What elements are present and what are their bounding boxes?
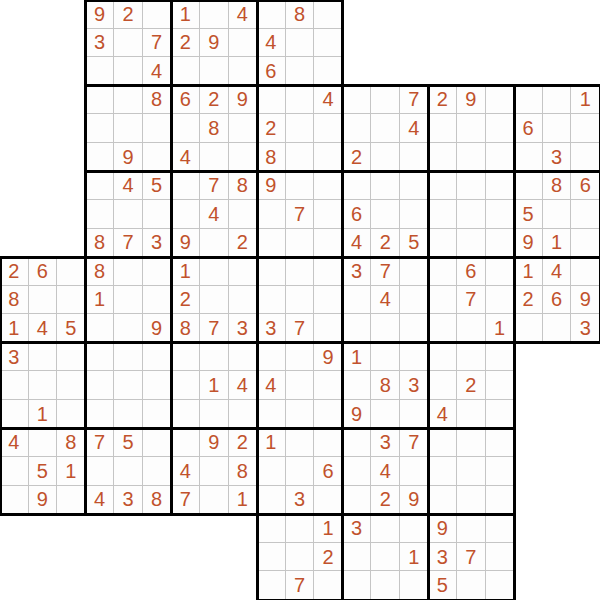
cell-r15c10[interactable] [286, 429, 315, 458]
cell-r9c14[interactable] [400, 257, 429, 286]
cell-r14c12: 9 [343, 400, 372, 429]
cell-r19c10[interactable] [286, 543, 315, 572]
cell-r7c19[interactable] [543, 200, 572, 229]
cell-r16c7[interactable] [200, 457, 229, 486]
cell-r6c18[interactable] [514, 171, 543, 200]
cell-r13c2[interactable] [57, 371, 86, 400]
cell-r16c1: 5 [29, 457, 58, 486]
cell-r19c17[interactable] [486, 543, 515, 572]
left-grid-vline-1 [84, 256, 87, 516]
cell-r15c7: 9 [200, 429, 229, 458]
cell-r20c15: 5 [429, 571, 458, 600]
cell-r8c12: 4 [343, 229, 372, 258]
cell-r3c17[interactable] [486, 86, 515, 115]
cell-r3c19[interactable] [543, 86, 572, 115]
cell-r1c3: 3 [86, 29, 115, 58]
cell-r12c4[interactable] [114, 343, 143, 372]
cell-r3c9[interactable] [257, 86, 286, 115]
cell-r19c16: 7 [457, 543, 486, 572]
cell-r9c17[interactable] [486, 257, 515, 286]
cell-r17c0[interactable] [0, 486, 29, 515]
cell-r7c13[interactable] [371, 200, 400, 229]
cell-r10c8[interactable] [229, 286, 258, 315]
cell-r10c6: 2 [171, 286, 200, 315]
cell-r10c11[interactable] [314, 286, 343, 315]
cell-r12c17[interactable] [486, 343, 515, 372]
cell-r5c14[interactable] [400, 143, 429, 172]
cell-r2c5: 4 [143, 57, 172, 86]
cell-r6c15[interactable] [429, 171, 458, 200]
cell-r10c17[interactable] [486, 286, 515, 315]
cell-r10c1[interactable] [29, 286, 58, 315]
cell-r6c9: 9 [257, 171, 286, 200]
cell-r5c7[interactable] [200, 143, 229, 172]
cell-r11c2: 5 [57, 314, 86, 343]
cell-r0c7[interactable] [200, 0, 229, 29]
cell-r20c12[interactable] [343, 571, 372, 600]
cell-r11c13[interactable] [371, 314, 400, 343]
top-right-grid-hline-0 [341, 84, 600, 87]
cell-r11c11[interactable] [314, 314, 343, 343]
cell-r6c6[interactable] [171, 171, 200, 200]
cell-r9c15[interactable] [429, 257, 458, 286]
cell-r13c11[interactable] [314, 371, 343, 400]
cell-r5c19: 3 [543, 143, 572, 172]
cell-r14c7[interactable] [200, 400, 229, 429]
cell-r15c5[interactable] [143, 429, 172, 458]
bottom-right-grid-hline-1 [256, 427, 516, 430]
cell-r2c8[interactable] [229, 57, 258, 86]
cell-r3c14: 7 [400, 86, 429, 115]
cell-r5c5[interactable] [143, 143, 172, 172]
cell-r14c6[interactable] [171, 400, 200, 429]
cell-r9c5[interactable] [143, 257, 172, 286]
cell-r18c13[interactable] [371, 514, 400, 543]
cell-r15c11[interactable] [314, 429, 343, 458]
cell-r5c18[interactable] [514, 143, 543, 172]
cell-r10c5[interactable] [143, 286, 172, 315]
cell-r3c3[interactable] [86, 86, 115, 115]
cell-r8c10[interactable] [286, 229, 315, 258]
cell-r14c4[interactable] [114, 400, 143, 429]
cell-r7c3[interactable] [86, 200, 115, 229]
cell-r9c4[interactable] [114, 257, 143, 286]
bottom-right-grid-vline-2 [427, 341, 430, 600]
cell-r14c8[interactable] [229, 400, 258, 429]
cell-r8c11[interactable] [314, 229, 343, 258]
cell-r5c8[interactable] [229, 143, 258, 172]
cell-r5c6: 4 [171, 143, 200, 172]
cell-r1c11[interactable] [314, 29, 343, 58]
cell-r16c3[interactable] [86, 457, 115, 486]
cell-r14c15: 4 [429, 400, 458, 429]
cell-r12c1[interactable] [29, 343, 58, 372]
cell-r1c7: 9 [200, 29, 229, 58]
cell-r4c16[interactable] [457, 114, 486, 143]
cell-r13c6[interactable] [171, 371, 200, 400]
cell-r4c15[interactable] [429, 114, 458, 143]
cell-r4c17[interactable] [486, 114, 515, 143]
cell-r5c10[interactable] [286, 143, 315, 172]
cell-r8c17[interactable] [486, 229, 515, 258]
cell-r14c17[interactable] [486, 400, 515, 429]
cell-r4c19[interactable] [543, 114, 572, 143]
cell-r11c0: 1 [0, 314, 29, 343]
top-right-grid-hline-2 [341, 256, 600, 259]
cell-r9c13: 7 [371, 257, 400, 286]
cell-r16c15[interactable] [429, 457, 458, 486]
cell-r9c8[interactable] [229, 257, 258, 286]
cell-r14c0[interactable] [0, 400, 29, 429]
bottom-right-grid-vline-1 [341, 341, 344, 600]
cell-r12c8[interactable] [229, 343, 258, 372]
cell-r4c4[interactable] [114, 114, 143, 143]
cell-r17c15[interactable] [429, 486, 458, 515]
cell-r16c14[interactable] [400, 457, 429, 486]
cell-r15c14: 7 [400, 429, 429, 458]
cell-r16c10[interactable] [286, 457, 315, 486]
cell-r10c19: 6 [543, 286, 572, 315]
cell-r20c9[interactable] [257, 571, 286, 600]
cell-r11c18[interactable] [514, 314, 543, 343]
cell-r11c14[interactable] [400, 314, 429, 343]
cell-r4c12[interactable] [343, 114, 372, 143]
cell-r19c13[interactable] [371, 543, 400, 572]
center-box-hline-0 [256, 256, 345, 259]
cell-r0c6: 1 [171, 0, 200, 29]
cell-r14c11[interactable] [314, 400, 343, 429]
cell-r13c3[interactable] [86, 371, 115, 400]
cell-r5c17[interactable] [486, 143, 515, 172]
puzzle-canvas: 9214837294468629472918246948234578986476… [0, 0, 600, 600]
cell-r11c3[interactable] [86, 314, 115, 343]
cell-r4c18: 6 [514, 114, 543, 143]
cell-r13c0[interactable] [0, 371, 29, 400]
center-box-vline-0 [256, 256, 259, 345]
cell-r7c14[interactable] [400, 200, 429, 229]
cell-r12c9[interactable] [257, 343, 286, 372]
cell-r9c20[interactable] [571, 257, 600, 286]
cell-r7c12: 6 [343, 200, 372, 229]
cell-r14c5[interactable] [143, 400, 172, 429]
cell-r18c14[interactable] [400, 514, 429, 543]
cell-r4c13[interactable] [371, 114, 400, 143]
cell-r1c4[interactable] [114, 29, 143, 58]
cell-r6c11[interactable] [314, 171, 343, 200]
bottom-right-grid-vline-0 [256, 341, 259, 600]
cell-r3c4[interactable] [114, 86, 143, 115]
cell-r3c15: 2 [429, 86, 458, 115]
cell-r4c20[interactable] [571, 114, 600, 143]
cell-r2c10[interactable] [286, 57, 315, 86]
cell-r5c16[interactable] [457, 143, 486, 172]
cell-r9c2[interactable] [57, 257, 86, 286]
cell-r4c8[interactable] [229, 114, 258, 143]
cell-r1c8[interactable] [229, 29, 258, 58]
cell-r14c13[interactable] [371, 400, 400, 429]
cell-r3c12[interactable] [343, 86, 372, 115]
cell-r14c10[interactable] [286, 400, 315, 429]
cell-r16c16[interactable] [457, 457, 486, 486]
cell-r8c16[interactable] [457, 229, 486, 258]
cell-r0c9[interactable] [257, 0, 286, 29]
cell-r10c10[interactable] [286, 286, 315, 315]
cell-r10c3: 1 [86, 286, 115, 315]
cell-r18c10[interactable] [286, 514, 315, 543]
cell-r15c6[interactable] [171, 429, 200, 458]
cell-r19c9[interactable] [257, 543, 286, 572]
cell-r11c6: 8 [171, 314, 200, 343]
cell-r3c18[interactable] [514, 86, 543, 115]
cell-r8c7[interactable] [200, 229, 229, 258]
cell-r10c14[interactable] [400, 286, 429, 315]
cell-r13c15[interactable] [429, 371, 458, 400]
cell-r1c10[interactable] [286, 29, 315, 58]
cell-r8c20[interactable] [571, 229, 600, 258]
cell-r12c14[interactable] [400, 343, 429, 372]
cell-r9c12: 3 [343, 257, 372, 286]
cell-r14c1: 1 [29, 400, 58, 429]
cell-r15c13: 3 [371, 429, 400, 458]
cell-r10c15[interactable] [429, 286, 458, 315]
cell-r7c20[interactable] [571, 200, 600, 229]
cell-r9c11[interactable] [314, 257, 343, 286]
cell-r7c15[interactable] [429, 200, 458, 229]
cell-r14c2[interactable] [57, 400, 86, 429]
cell-r15c2: 8 [57, 429, 86, 458]
cell-r17c8: 1 [229, 486, 258, 515]
cell-r3c6: 6 [171, 86, 200, 115]
center-box-hline-1 [256, 341, 345, 344]
cell-r10c2[interactable] [57, 286, 86, 315]
top-left-grid-hline-1 [84, 84, 344, 87]
cell-r12c3[interactable] [86, 343, 115, 372]
cell-r11c15[interactable] [429, 314, 458, 343]
cell-r20c14[interactable] [400, 571, 429, 600]
cell-r10c9[interactable] [257, 286, 286, 315]
cell-r17c3: 4 [86, 486, 115, 515]
cell-r10c7[interactable] [200, 286, 229, 315]
cell-r4c3[interactable] [86, 114, 115, 143]
cell-r12c10[interactable] [286, 343, 315, 372]
cell-r17c16[interactable] [457, 486, 486, 515]
cell-r17c6: 7 [171, 486, 200, 515]
cell-r2c6[interactable] [171, 57, 200, 86]
cell-r18c9[interactable] [257, 514, 286, 543]
cell-r17c7[interactable] [200, 486, 229, 515]
cell-r14c3[interactable] [86, 400, 115, 429]
cell-r4c11[interactable] [314, 114, 343, 143]
cell-r13c4[interactable] [114, 371, 143, 400]
cell-r10c0: 8 [0, 286, 29, 315]
cell-r2c3[interactable] [86, 57, 115, 86]
cell-r12c6[interactable] [171, 343, 200, 372]
cell-r14c9[interactable] [257, 400, 286, 429]
cell-r16c17[interactable] [486, 457, 515, 486]
cell-r16c9[interactable] [257, 457, 286, 486]
cell-r14c14[interactable] [400, 400, 429, 429]
cell-r6c20: 6 [571, 171, 600, 200]
cell-r17c9[interactable] [257, 486, 286, 515]
left-grid-hline-0 [0, 256, 259, 259]
top-left-grid-vline-1 [170, 0, 173, 259]
cell-r4c10[interactable] [286, 114, 315, 143]
cell-r17c1: 9 [29, 486, 58, 515]
cell-r10c12[interactable] [343, 286, 372, 315]
cell-r7c8[interactable] [229, 200, 258, 229]
bottom-right-grid-hline-2 [256, 513, 516, 516]
cell-r11c16[interactable] [457, 314, 486, 343]
cell-r6c4: 4 [114, 171, 143, 200]
cell-r19c12[interactable] [343, 543, 372, 572]
cell-r3c16: 9 [457, 86, 486, 115]
cell-r11c19[interactable] [543, 314, 572, 343]
cell-r5c11[interactable] [314, 143, 343, 172]
cell-r17c12[interactable] [343, 486, 372, 515]
cell-r9c10[interactable] [286, 257, 315, 286]
cell-r12c2[interactable] [57, 343, 86, 372]
cell-r6c16[interactable] [457, 171, 486, 200]
cell-r16c4[interactable] [114, 457, 143, 486]
cell-r13c12[interactable] [343, 371, 372, 400]
cell-r15c12[interactable] [343, 429, 372, 458]
cell-r8c8: 2 [229, 229, 258, 258]
cell-r13c16: 2 [457, 371, 486, 400]
cell-r5c13[interactable] [371, 143, 400, 172]
cell-r12c15[interactable] [429, 343, 458, 372]
cell-r18c12: 3 [343, 514, 372, 543]
cell-r3c5: 8 [143, 86, 172, 115]
cell-r7c4[interactable] [114, 200, 143, 229]
cell-r0c11[interactable] [314, 0, 343, 29]
cell-r2c4[interactable] [114, 57, 143, 86]
cell-r5c20[interactable] [571, 143, 600, 172]
cell-r13c17[interactable] [486, 371, 515, 400]
cell-r16c13: 4 [371, 457, 400, 486]
cell-r8c15[interactable] [429, 229, 458, 258]
cell-r7c16[interactable] [457, 200, 486, 229]
cell-r8c3: 8 [86, 229, 115, 258]
cell-r13c5[interactable] [143, 371, 172, 400]
cell-r6c19: 8 [543, 171, 572, 200]
cell-r15c1[interactable] [29, 429, 58, 458]
cell-r12c12: 1 [343, 343, 372, 372]
cell-r19c14: 1 [400, 543, 429, 572]
cell-r15c15[interactable] [429, 429, 458, 458]
cell-r13c9: 4 [257, 371, 286, 400]
cell-r6c14[interactable] [400, 171, 429, 200]
cell-r11c4[interactable] [114, 314, 143, 343]
cell-r6c8: 8 [229, 171, 258, 200]
cell-r9c6: 1 [171, 257, 200, 286]
cell-r6c5: 5 [143, 171, 172, 200]
cell-r2c7[interactable] [200, 57, 229, 86]
cell-r7c17[interactable] [486, 200, 515, 229]
cell-r14c16[interactable] [457, 400, 486, 429]
cell-r10c13: 4 [371, 286, 400, 315]
cell-r18c16[interactable] [457, 514, 486, 543]
cell-r17c11[interactable] [314, 486, 343, 515]
cell-r9c19: 4 [543, 257, 572, 286]
cell-r5c3[interactable] [86, 143, 115, 172]
left-grid-hline-3 [0, 513, 259, 516]
cell-r6c3[interactable] [86, 171, 115, 200]
cell-r20c16[interactable] [457, 571, 486, 600]
cell-r8c18: 9 [514, 229, 543, 258]
cell-r10c16: 7 [457, 286, 486, 315]
cell-r15c16[interactable] [457, 429, 486, 458]
cell-r11c17: 1 [486, 314, 515, 343]
cell-r17c2[interactable] [57, 486, 86, 515]
cell-r17c10: 3 [286, 486, 315, 515]
left-grid-vline-0 [0, 256, 2, 516]
cell-r7c11[interactable] [314, 200, 343, 229]
cell-r6c17[interactable] [486, 171, 515, 200]
cell-r0c5[interactable] [143, 0, 172, 29]
cell-r20c13[interactable] [371, 571, 400, 600]
cell-r16c5[interactable] [143, 457, 172, 486]
cell-r6c13[interactable] [371, 171, 400, 200]
cell-r9c16: 6 [457, 257, 486, 286]
cell-r6c12[interactable] [343, 171, 372, 200]
cell-r3c10[interactable] [286, 86, 315, 115]
cell-r15c17[interactable] [486, 429, 515, 458]
top-left-grid-hline-2 [84, 170, 344, 173]
cell-r12c13[interactable] [371, 343, 400, 372]
cell-r11c12[interactable] [343, 314, 372, 343]
cell-r4c6[interactable] [171, 114, 200, 143]
cell-r10c4[interactable] [114, 286, 143, 315]
cell-r16c0[interactable] [0, 457, 29, 486]
cell-r16c12[interactable] [343, 457, 372, 486]
cell-r12c16[interactable] [457, 343, 486, 372]
cell-r11c5: 9 [143, 314, 172, 343]
cell-r8c4: 7 [114, 229, 143, 258]
cell-r9c9[interactable] [257, 257, 286, 286]
cell-r7c5[interactable] [143, 200, 172, 229]
cell-r5c12: 2 [343, 143, 372, 172]
cell-r3c13[interactable] [371, 86, 400, 115]
cell-r3c7: 2 [200, 86, 229, 115]
cell-r15c8: 2 [229, 429, 258, 458]
cell-r10c20: 9 [571, 286, 600, 315]
cell-r2c11[interactable] [314, 57, 343, 86]
cell-r16c11: 6 [314, 457, 343, 486]
cell-r18c17[interactable] [486, 514, 515, 543]
top-right-grid-vline-2 [513, 84, 516, 344]
cell-r6c10[interactable] [286, 171, 315, 200]
cell-r12c5[interactable] [143, 343, 172, 372]
cell-r8c9[interactable] [257, 229, 286, 258]
cell-r8c5: 3 [143, 229, 172, 258]
cell-r13c1[interactable] [29, 371, 58, 400]
cell-r4c5[interactable] [143, 114, 172, 143]
cell-r20c11[interactable] [314, 571, 343, 600]
cell-r1c6: 2 [171, 29, 200, 58]
cell-r5c15[interactable] [429, 143, 458, 172]
cell-r17c14: 9 [400, 486, 429, 515]
left-grid-vline-2 [170, 256, 173, 516]
top-right-grid-hline-1 [341, 170, 600, 173]
cell-r8c14: 5 [400, 229, 429, 258]
cell-r12c7[interactable] [200, 343, 229, 372]
cell-r17c17[interactable] [486, 486, 515, 515]
cell-r7c6[interactable] [171, 200, 200, 229]
cell-r7c9[interactable] [257, 200, 286, 229]
cell-r9c7[interactable] [200, 257, 229, 286]
cell-r20c17[interactable] [486, 571, 515, 600]
cell-r13c10[interactable] [286, 371, 315, 400]
